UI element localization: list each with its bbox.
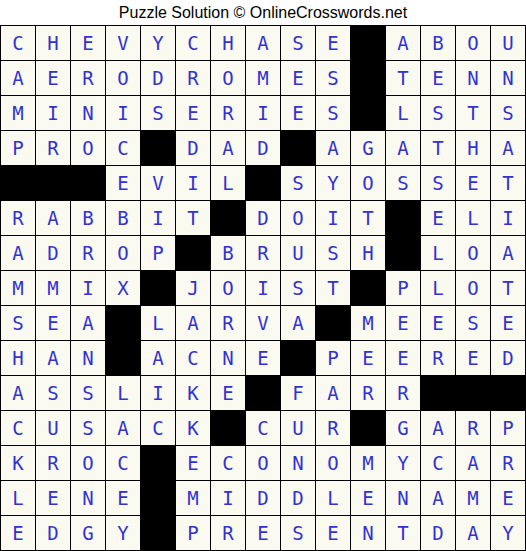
letter-cell-r8c15: T [491,271,525,305]
letter-cell-r3c14: T [456,96,490,130]
letter-cell-r1c13: B [421,26,455,60]
letter-cell-r5c11: O [351,166,385,200]
letter-cell-r2c3: R [71,61,105,95]
letter-cell-r9c5: L [141,306,175,340]
letter-cell-r14c11: E [351,481,385,515]
letter-cell-r6c11: T [351,201,385,235]
letter-cell-r1c5: Y [141,26,175,60]
letter-cell-r14c8: D [246,481,280,515]
letter-cell-r10c1: H [1,341,35,375]
crossword-board: CHEVYCHASEABOUAERODROMESTENNMINISERIESLS… [0,25,526,551]
black-cell-r4c9 [281,131,315,165]
letter-cell-r9c6: A [176,306,210,340]
letter-cell-r15c1: E [1,516,35,550]
letter-cell-r11c9: F [281,376,315,410]
letter-cell-r6c2: A [36,201,70,235]
letter-cell-r5c7: L [211,166,245,200]
letter-cell-r5c13: S [421,166,455,200]
letter-cell-r4c4: C [106,131,140,165]
letter-cell-r13c8: O [246,446,280,480]
letter-cell-r9c2: E [36,306,70,340]
letter-cell-r14c15: E [491,481,525,515]
letter-cell-r6c5: I [141,201,175,235]
letter-cell-r1c12: A [386,26,420,60]
letter-cell-r2c14: N [456,61,490,95]
letter-cell-r12c6: K [176,411,210,445]
letter-cell-r6c14: L [456,201,490,235]
letter-cell-r14c10: L [316,481,350,515]
letter-cell-r5c12: S [386,166,420,200]
black-cell-r5c8 [246,166,280,200]
letter-cell-r2c2: E [36,61,70,95]
letter-cell-r10c5: A [141,341,175,375]
letter-cell-r10c13: R [421,341,455,375]
letter-cell-r2c10: S [316,61,350,95]
letter-cell-r7c8: R [246,236,280,270]
letter-cell-r15c11: N [351,516,385,550]
letter-cell-r10c10: P [316,341,350,375]
letter-cell-r4c13: T [421,131,455,165]
letter-cell-r2c12: T [386,61,420,95]
letter-cell-r11c4: L [106,376,140,410]
letter-cell-r10c11: E [351,341,385,375]
letter-cell-r8c8: I [246,271,280,305]
letter-cell-r12c3: S [71,411,105,445]
letter-cell-r14c13: A [421,481,455,515]
letter-cell-r8c2: M [36,271,70,305]
letter-cell-r15c14: A [456,516,490,550]
letter-cell-r13c15: R [491,446,525,480]
letter-cell-r11c11: R [351,376,385,410]
black-cell-r10c9 [281,341,315,375]
letter-cell-r1c15: U [491,26,525,60]
letter-cell-r6c15: I [491,201,525,235]
black-cell-r6c7 [211,201,245,235]
letter-cell-r1c1: C [1,26,35,60]
letter-cell-r6c13: E [421,201,455,235]
letter-cell-r4c11: G [351,131,385,165]
letter-cell-r14c12: N [386,481,420,515]
letter-cell-r6c6: T [176,201,210,235]
letter-cell-r8c9: S [281,271,315,305]
letter-cell-r13c6: E [176,446,210,480]
letter-cell-r13c14: A [456,446,490,480]
letter-cell-r12c8: C [246,411,280,445]
letter-cell-r3c2: I [36,96,70,130]
letter-cell-r14c7: I [211,481,245,515]
letter-cell-r12c14: R [456,411,490,445]
letter-cell-r3c3: N [71,96,105,130]
letter-cell-r1c8: A [246,26,280,60]
black-cell-r4c5 [141,131,175,165]
letter-cell-r12c9: U [281,411,315,445]
letter-cell-r8c6: J [176,271,210,305]
letter-cell-r14c6: M [176,481,210,515]
letter-cell-r1c4: V [106,26,140,60]
letter-cell-r10c14: E [456,341,490,375]
letter-cell-r11c3: S [71,376,105,410]
letter-cell-r9c3: A [71,306,105,340]
letter-cell-r4c3: O [71,131,105,165]
letter-cell-r7c15: A [491,236,525,270]
letter-cell-r8c4: X [106,271,140,305]
letter-cell-r7c4: O [106,236,140,270]
letter-cell-r8c10: T [316,271,350,305]
letter-cell-r3c4: I [106,96,140,130]
letter-cell-r10c3: N [71,341,105,375]
letter-cell-r3c1: M [1,96,35,130]
letter-cell-r2c7: O [211,61,245,95]
letter-cell-r3c8: I [246,96,280,130]
letter-cell-r12c1: C [1,411,35,445]
letter-cell-r14c9: D [281,481,315,515]
letter-cell-r2c8: M [246,61,280,95]
letter-cell-r12c12: G [386,411,420,445]
black-cell-r5c3 [71,166,105,200]
letter-cell-r7c3: R [71,236,105,270]
letter-cell-r8c3: I [71,271,105,305]
letter-cell-r10c12: E [386,341,420,375]
letter-cell-r15c13: D [421,516,455,550]
letter-cell-r6c10: I [316,201,350,235]
letter-cell-r2c15: N [491,61,525,95]
letter-cell-r6c3: B [71,201,105,235]
letter-cell-r5c4: E [106,166,140,200]
letter-cell-r5c10: Y [316,166,350,200]
letter-cell-r4c15: A [491,131,525,165]
letter-cell-r11c10: A [316,376,350,410]
letter-cell-r15c2: D [36,516,70,550]
letter-cell-r7c10: S [316,236,350,270]
letter-cell-r12c4: A [106,411,140,445]
letter-cell-r13c2: R [36,446,70,480]
letter-cell-r4c8: D [246,131,280,165]
letter-cell-r10c8: E [246,341,280,375]
black-cell-r2c11 [351,61,385,95]
letter-cell-r14c2: E [36,481,70,515]
letter-cell-r3c9: E [281,96,315,130]
letter-cell-r14c1: L [1,481,35,515]
black-cell-r6c12 [386,201,420,235]
letter-cell-r5c6: I [176,166,210,200]
letter-cell-r13c13: C [421,446,455,480]
letter-cell-r11c2: S [36,376,70,410]
letter-cell-r9c7: R [211,306,245,340]
letter-cell-r9c14: S [456,306,490,340]
letter-cell-r15c3: G [71,516,105,550]
letter-cell-r10c15: D [491,341,525,375]
letter-cell-r12c15: P [491,411,525,445]
puzzle-solution-page: Puzzle Solution © OnlineCrosswords.net C… [0,0,526,551]
letter-cell-r2c5: D [141,61,175,95]
letter-cell-r14c4: E [106,481,140,515]
letter-cell-r13c4: C [106,446,140,480]
letter-cell-r9c11: M [351,306,385,340]
letter-cell-r3c10: S [316,96,350,130]
black-cell-r8c11 [351,271,385,305]
letter-cell-r12c13: A [421,411,455,445]
letter-cell-r12c10: R [316,411,350,445]
black-cell-r11c15 [491,376,525,410]
letter-cell-r3c5: S [141,96,175,130]
letter-cell-r10c2: A [36,341,70,375]
letter-cell-r1c6: C [176,26,210,60]
letter-cell-r13c3: O [71,446,105,480]
letter-cell-r15c10: E [316,516,350,550]
letter-cell-r11c6: K [176,376,210,410]
letter-cell-r1c14: O [456,26,490,60]
letter-cell-r6c1: R [1,201,35,235]
black-cell-r3c11 [351,96,385,130]
letter-cell-r13c12: Y [386,446,420,480]
letter-cell-r11c12: R [386,376,420,410]
black-cell-r1c11 [351,26,385,60]
letter-cell-r1c7: H [211,26,245,60]
letter-cell-r13c1: K [1,446,35,480]
page-title: Puzzle Solution © OnlineCrosswords.net [0,0,526,25]
letter-cell-r9c13: E [421,306,455,340]
letter-cell-r3c15: S [491,96,525,130]
letter-cell-r2c6: R [176,61,210,95]
letter-cell-r13c11: M [351,446,385,480]
letter-cell-r5c5: V [141,166,175,200]
letter-cell-r12c5: C [141,411,175,445]
letter-cell-r9c1: S [1,306,35,340]
letter-cell-r8c13: L [421,271,455,305]
letter-cell-r2c1: A [1,61,35,95]
letter-cell-r1c3: E [71,26,105,60]
letter-cell-r13c7: C [211,446,245,480]
letter-cell-r7c1: A [1,236,35,270]
letter-cell-r3c7: R [211,96,245,130]
black-cell-r7c6 [176,236,210,270]
letter-cell-r9c12: E [386,306,420,340]
letter-cell-r13c9: N [281,446,315,480]
letter-cell-r6c8: D [246,201,280,235]
letter-cell-r2c4: O [106,61,140,95]
letter-cell-r15c7: R [211,516,245,550]
letter-cell-r3c13: S [421,96,455,130]
letter-cell-r12c2: U [36,411,70,445]
black-cell-r15c5 [141,516,175,550]
letter-cell-r7c13: L [421,236,455,270]
black-cell-r13c5 [141,446,175,480]
letter-cell-r1c2: H [36,26,70,60]
letter-cell-r7c7: B [211,236,245,270]
letter-cell-r5c9: S [281,166,315,200]
letter-cell-r15c6: P [176,516,210,550]
letter-cell-r15c8: E [246,516,280,550]
letter-cell-r10c7: N [211,341,245,375]
letter-cell-r4c10: A [316,131,350,165]
letter-cell-r11c5: I [141,376,175,410]
letter-cell-r11c7: E [211,376,245,410]
letter-cell-r15c4: Y [106,516,140,550]
letter-cell-r8c7: O [211,271,245,305]
letter-cell-r15c15: Y [491,516,525,550]
black-cell-r12c7 [211,411,245,445]
black-cell-r14c5 [141,481,175,515]
letter-cell-r14c14: M [456,481,490,515]
letter-cell-r4c6: D [176,131,210,165]
letter-cell-r4c1: P [1,131,35,165]
letter-cell-r15c12: T [386,516,420,550]
black-cell-r9c4 [106,306,140,340]
letter-cell-r2c13: E [421,61,455,95]
letter-cell-r2c9: E [281,61,315,95]
letter-cell-r7c5: P [141,236,175,270]
black-cell-r8c5 [141,271,175,305]
letter-cell-r13c10: O [316,446,350,480]
letter-cell-r14c3: N [71,481,105,515]
letter-cell-r4c2: R [36,131,70,165]
letter-cell-r1c10: E [316,26,350,60]
letter-cell-r6c4: B [106,201,140,235]
black-cell-r10c4 [106,341,140,375]
letter-cell-r9c8: V [246,306,280,340]
letter-cell-r15c9: S [281,516,315,550]
letter-cell-r8c1: M [1,271,35,305]
letter-cell-r11c1: A [1,376,35,410]
letter-cell-r7c11: H [351,236,385,270]
letter-cell-r3c6: E [176,96,210,130]
letter-cell-r6c9: O [281,201,315,235]
letter-cell-r8c12: P [386,271,420,305]
letter-cell-r4c12: A [386,131,420,165]
letter-cell-r1c9: S [281,26,315,60]
letter-cell-r9c9: A [281,306,315,340]
black-cell-r11c14 [456,376,490,410]
black-cell-r9c10 [316,306,350,340]
black-cell-r5c2 [36,166,70,200]
letter-cell-r4c14: H [456,131,490,165]
black-cell-r7c12 [386,236,420,270]
letter-cell-r7c2: D [36,236,70,270]
letter-cell-r5c15: T [491,166,525,200]
letter-cell-r3c12: L [386,96,420,130]
black-cell-r12c11 [351,411,385,445]
letter-cell-r9c15: E [491,306,525,340]
letter-cell-r4c7: A [211,131,245,165]
black-cell-r11c8 [246,376,280,410]
letter-cell-r10c6: C [176,341,210,375]
black-cell-r11c13 [421,376,455,410]
black-cell-r5c1 [1,166,35,200]
letter-cell-r7c9: U [281,236,315,270]
letter-cell-r5c14: E [456,166,490,200]
letter-cell-r7c14: O [456,236,490,270]
letter-cell-r8c14: O [456,271,490,305]
